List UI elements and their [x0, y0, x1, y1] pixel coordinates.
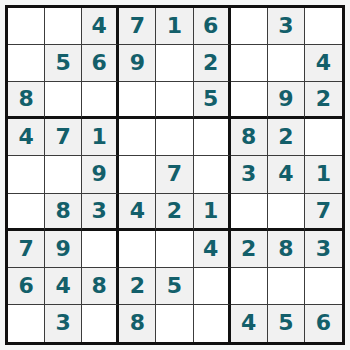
- cell-r5c7[interactable]: 3: [231, 156, 268, 193]
- cell-r6c1[interactable]: [8, 194, 45, 231]
- cell-r2c5[interactable]: [156, 45, 193, 82]
- cell-r1c3[interactable]: 4: [82, 8, 119, 45]
- cell-r7c1[interactable]: 7: [8, 231, 45, 268]
- cell-r6c6[interactable]: 1: [194, 194, 231, 231]
- cell-r8c3[interactable]: 8: [82, 268, 119, 305]
- cell-r6c4[interactable]: 4: [119, 194, 156, 231]
- cell-r3c1[interactable]: 8: [8, 82, 45, 119]
- cell-r5c3[interactable]: 9: [82, 156, 119, 193]
- cell-r2c8[interactable]: [268, 45, 305, 82]
- cell-r8c1[interactable]: 6: [8, 268, 45, 305]
- cell-r1c4[interactable]: 7: [119, 8, 156, 45]
- cell-r4c2[interactable]: 7: [45, 119, 82, 156]
- cell-r8c7[interactable]: [231, 268, 268, 305]
- cell-r6c9[interactable]: 7: [305, 194, 342, 231]
- cell-r5c4[interactable]: [119, 156, 156, 193]
- cell-r2c7[interactable]: [231, 45, 268, 82]
- cell-r9c7[interactable]: 4: [231, 305, 268, 342]
- cell-r8c2[interactable]: 4: [45, 268, 82, 305]
- cell-r4c5[interactable]: [156, 119, 193, 156]
- cell-r8c6[interactable]: [194, 268, 231, 305]
- cell-r6c8[interactable]: [268, 194, 305, 231]
- cell-r7c4[interactable]: [119, 231, 156, 268]
- cell-r3c3[interactable]: [82, 82, 119, 119]
- cell-r5c1[interactable]: [8, 156, 45, 193]
- cell-r9c9[interactable]: 6: [305, 305, 342, 342]
- cell-r3c5[interactable]: [156, 82, 193, 119]
- cell-r4c1[interactable]: 4: [8, 119, 45, 156]
- cell-r9c2[interactable]: 3: [45, 305, 82, 342]
- cell-r5c8[interactable]: 4: [268, 156, 305, 193]
- cell-r1c8[interactable]: 3: [268, 8, 305, 45]
- cell-r7c9[interactable]: 3: [305, 231, 342, 268]
- cell-r8c5[interactable]: 5: [156, 268, 193, 305]
- cell-r8c4[interactable]: 2: [119, 268, 156, 305]
- cell-r7c3[interactable]: [82, 231, 119, 268]
- cell-r3c8[interactable]: 9: [268, 82, 305, 119]
- cell-r2c9[interactable]: 4: [305, 45, 342, 82]
- cell-r8c8[interactable]: [268, 268, 305, 305]
- cell-r1c2[interactable]: [45, 8, 82, 45]
- cell-r7c5[interactable]: [156, 231, 193, 268]
- cell-r7c7[interactable]: 2: [231, 231, 268, 268]
- cell-r4c4[interactable]: [119, 119, 156, 156]
- cell-r3c7[interactable]: [231, 82, 268, 119]
- cell-r6c5[interactable]: 2: [156, 194, 193, 231]
- cell-r9c6[interactable]: [194, 305, 231, 342]
- cell-r9c5[interactable]: [156, 305, 193, 342]
- cell-r4c7[interactable]: 8: [231, 119, 268, 156]
- cell-r4c9[interactable]: [305, 119, 342, 156]
- cell-r5c6[interactable]: [194, 156, 231, 193]
- cell-r2c6[interactable]: 2: [194, 45, 231, 82]
- cell-r5c5[interactable]: 7: [156, 156, 193, 193]
- cell-r4c6[interactable]: [194, 119, 231, 156]
- cell-r4c8[interactable]: 2: [268, 119, 305, 156]
- cell-r2c3[interactable]: 6: [82, 45, 119, 82]
- cell-r1c9[interactable]: [305, 8, 342, 45]
- cell-r1c7[interactable]: [231, 8, 268, 45]
- cell-r2c2[interactable]: 5: [45, 45, 82, 82]
- cell-r4c3[interactable]: 1: [82, 119, 119, 156]
- cell-r3c6[interactable]: 5: [194, 82, 231, 119]
- cell-r6c2[interactable]: 8: [45, 194, 82, 231]
- cell-r7c6[interactable]: 4: [194, 231, 231, 268]
- cell-r9c4[interactable]: 8: [119, 305, 156, 342]
- cell-r9c1[interactable]: [8, 305, 45, 342]
- cell-r3c2[interactable]: [45, 82, 82, 119]
- cell-r3c9[interactable]: 2: [305, 82, 342, 119]
- cell-r7c8[interactable]: 8: [268, 231, 305, 268]
- cell-r1c5[interactable]: 1: [156, 8, 193, 45]
- cell-r8c9[interactable]: [305, 268, 342, 305]
- cell-r2c4[interactable]: 9: [119, 45, 156, 82]
- cell-r6c3[interactable]: 3: [82, 194, 119, 231]
- cell-r5c2[interactable]: [45, 156, 82, 193]
- cell-r3c4[interactable]: [119, 82, 156, 119]
- cell-r2c1[interactable]: [8, 45, 45, 82]
- cell-r1c1[interactable]: [8, 8, 45, 45]
- cell-r5c9[interactable]: 1: [305, 156, 342, 193]
- cell-r1c6[interactable]: 6: [194, 8, 231, 45]
- sudoku-board: 4716356924859247182973418342177942836482…: [5, 5, 345, 345]
- cell-r7c2[interactable]: 9: [45, 231, 82, 268]
- cell-r9c8[interactable]: 5: [268, 305, 305, 342]
- cell-r6c7[interactable]: [231, 194, 268, 231]
- cell-r9c3[interactable]: [82, 305, 119, 342]
